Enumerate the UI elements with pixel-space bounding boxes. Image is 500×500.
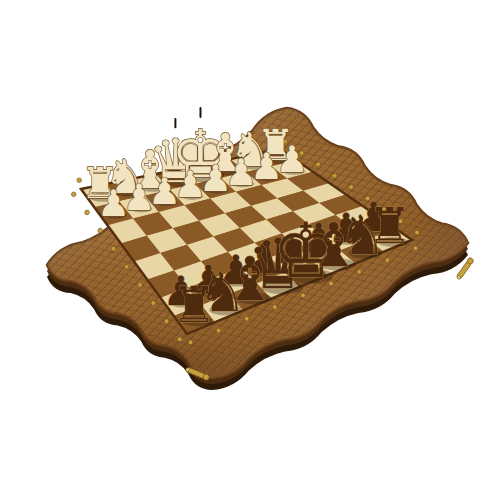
brass-stud (413, 246, 418, 251)
black-rook-h8[interactable]: ♜ (368, 197, 413, 255)
carved-chess-board: ♜♞♝♛♚♝♞♜♟♟♟♟♟♟♟♟♟♟♟♟♟♟♟♟♜♞♝♛♚♝♞♜ (0, 0, 500, 500)
brass-stud (124, 265, 129, 270)
brass-stud (332, 173, 337, 178)
white-pawn-h2[interactable]: ♟ (276, 138, 309, 181)
brass-stud (151, 301, 156, 306)
brass-stud (164, 319, 169, 324)
brass-stud (111, 246, 116, 251)
brass-stud (415, 230, 420, 235)
brass-stud (316, 162, 321, 167)
brass-stud (216, 328, 221, 333)
brass-stud (177, 337, 182, 342)
brass-stud (349, 185, 354, 190)
brass-stud (98, 228, 103, 233)
brass-stud (71, 192, 76, 197)
brass-stud (188, 340, 193, 345)
chess-set-product-photo: ♜♞♝♛♚♝♞♜♟♟♟♟♟♟♟♟♟♟♟♟♟♟♟♟♜♞♝♛♚♝♞♜ (0, 0, 500, 500)
brass-stud (85, 210, 90, 215)
brass-stud (138, 283, 143, 288)
